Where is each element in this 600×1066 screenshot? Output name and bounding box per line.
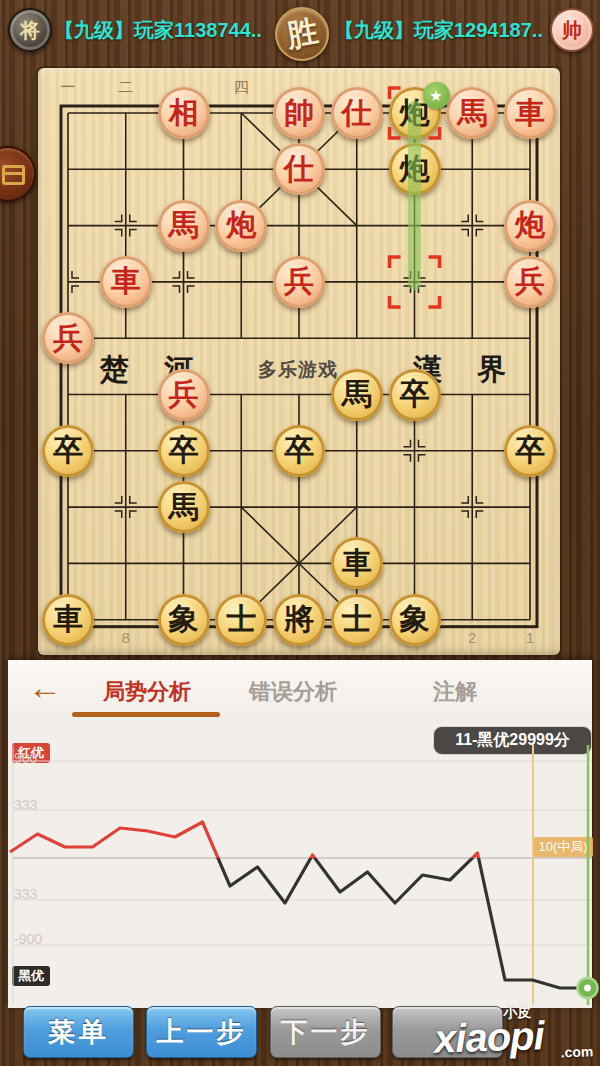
last-move-star-icon: ★	[423, 82, 450, 109]
tab-mistake-analysis[interactable]: 错误分析	[220, 677, 366, 707]
y-axis-label: -900	[14, 931, 42, 947]
xiangqi-board[interactable]: 一二四821 楚 河 多乐游戏 漢 界 相帥仕炮馬車仕炮馬炮炮車兵兵兵兵馬卒卒卒…	[0, 60, 600, 660]
current-move-tooltip: 11-黑优29999分	[433, 726, 592, 755]
phase-label-badge: 10(中局)	[533, 837, 593, 857]
chest-icon	[2, 165, 25, 185]
watermark-en-text: xiaopi	[433, 1013, 544, 1062]
tab-annotation[interactable]: 注解	[392, 677, 518, 707]
left-player-name: 【九级】玩家1138744..	[54, 17, 262, 44]
y-axis-label: 900	[14, 750, 37, 766]
result-badge: 胜	[275, 7, 329, 61]
previous-move-button[interactable]: 上一步	[146, 1006, 257, 1058]
menu-button[interactable]: 菜单	[23, 1006, 134, 1058]
black-player-piece-icon: 将	[8, 8, 52, 52]
active-tab-underline	[72, 712, 220, 717]
xiaopi-watermark: 小皮 xiaopi .com	[431, 1001, 600, 1066]
next-move-button[interactable]: 下一步	[270, 1006, 381, 1058]
last-move-highlight	[0, 60, 600, 660]
red-player-piece-icon: 帅	[550, 8, 594, 52]
result-text: 胜	[283, 11, 321, 58]
header: 将 【九级】玩家1138744.. 胜 【九级】玩家1294187.. 帅	[0, 0, 600, 60]
analysis-panel: ← 局势分析 错误分析 注解 红优 黑优 900333333-900 11-黑优…	[8, 660, 592, 1008]
y-axis-label: 333	[14, 797, 37, 813]
app-screen: 将 【九级】玩家1138744.. 胜 【九级】玩家1294187.. 帅 一二…	[0, 0, 600, 1066]
black-advantage-badge: 黑优	[12, 966, 50, 986]
watermark-tld-text: .com	[560, 1043, 593, 1060]
y-axis-label: 333	[14, 886, 37, 902]
right-player-name: 【九级】玩家1294187..	[334, 17, 543, 44]
analysis-tab-bar: ← 局势分析 错误分析 注解	[8, 660, 592, 723]
tab-situation-analysis[interactable]: 局势分析	[64, 677, 230, 707]
evaluation-chart-area[interactable]	[8, 723, 592, 1008]
back-arrow-icon[interactable]: ←	[28, 668, 62, 707]
